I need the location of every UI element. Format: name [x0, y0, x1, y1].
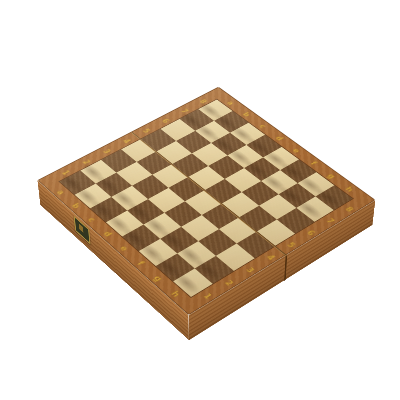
fold-seam-side: [284, 255, 287, 281]
chess-set-photo: aabbccddeeffgghh1122334455667788 ♜♞♟♝♟♛♟…: [0, 0, 400, 400]
board-top: aabbccddeeffgghh1122334455667788 ♜♞♟♝♟♛♟…: [37, 87, 375, 315]
white-rook-icon: ♜: [168, 228, 218, 284]
black-pawn-icon: ♟: [295, 165, 335, 210]
chessboard: aabbccddeeffgghh1122334455667788 ♜♞♟♝♟♛♟…: [37, 87, 375, 315]
